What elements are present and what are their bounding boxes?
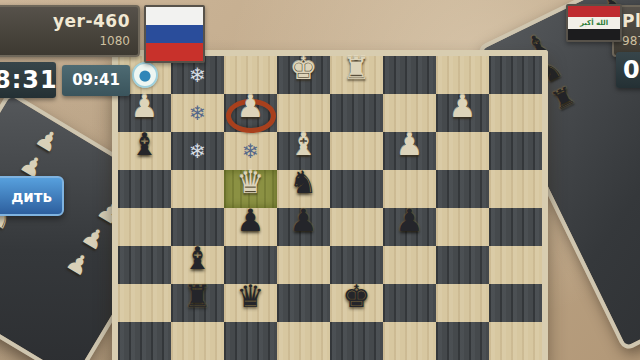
move-marker-teardrop[interactable] bbox=[132, 62, 158, 88]
board-square[interactable]: ♜ bbox=[171, 284, 224, 322]
board-square[interactable]: ❄ bbox=[171, 132, 224, 170]
player-rating-left: 1080 bbox=[0, 34, 130, 48]
board-square[interactable] bbox=[277, 246, 330, 284]
white-pawn[interactable]: ♟ bbox=[224, 87, 277, 125]
flag-stripe bbox=[568, 6, 620, 17]
board-square[interactable] bbox=[436, 132, 489, 170]
white-pawn[interactable]: ♟ bbox=[436, 87, 489, 125]
board-square[interactable] bbox=[171, 322, 224, 360]
board-square[interactable] bbox=[436, 246, 489, 284]
board-square[interactable] bbox=[436, 284, 489, 322]
board-square[interactable] bbox=[383, 322, 436, 360]
board-square[interactable]: ♚ bbox=[330, 284, 383, 322]
white-rook[interactable]: ♜ bbox=[330, 49, 383, 87]
flag-stripe bbox=[146, 43, 203, 61]
board-square[interactable] bbox=[383, 284, 436, 322]
black-pawn[interactable]: ♟ bbox=[383, 201, 436, 239]
player-rating-right: 987 bbox=[622, 34, 640, 48]
board-square[interactable] bbox=[489, 284, 542, 322]
board-square[interactable] bbox=[330, 208, 383, 246]
board-square[interactable]: ♟ bbox=[224, 208, 277, 246]
player-name-right: Pla bbox=[622, 11, 640, 31]
player-name-left: yer-460 bbox=[0, 11, 130, 31]
board-square[interactable] bbox=[330, 94, 383, 132]
board-square[interactable] bbox=[383, 56, 436, 94]
black-bishop[interactable]: ♝ bbox=[118, 125, 171, 163]
board-square[interactable] bbox=[118, 284, 171, 322]
board-square[interactable] bbox=[489, 246, 542, 284]
black-rook[interactable]: ♜ bbox=[171, 277, 224, 315]
player-panel-left: yer-460 1080 bbox=[0, 5, 140, 57]
board-square[interactable]: ♜ bbox=[330, 56, 383, 94]
board-square[interactable] bbox=[277, 284, 330, 322]
black-king[interactable]: ♚ bbox=[330, 277, 383, 315]
white-bishop[interactable]: ♝ bbox=[277, 125, 330, 163]
black-pawn[interactable]: ♟ bbox=[224, 201, 277, 239]
chess-board[interactable]: ❄♚♜♟❄♟♟♝❄❄♝♟♛♞♟♟♟♝♜♛♚ bbox=[118, 56, 542, 360]
board-square[interactable] bbox=[436, 322, 489, 360]
board-square[interactable] bbox=[118, 170, 171, 208]
board-square[interactable] bbox=[436, 170, 489, 208]
board-square[interactable] bbox=[489, 170, 542, 208]
board-square[interactable]: ♟ bbox=[436, 94, 489, 132]
black-knight[interactable]: ♞ bbox=[277, 163, 330, 201]
board-square[interactable] bbox=[330, 132, 383, 170]
board-square[interactable] bbox=[171, 170, 224, 208]
board-square[interactable] bbox=[489, 208, 542, 246]
clock-left-secondary: 09:41 bbox=[62, 65, 130, 96]
board-square[interactable]: ♟ bbox=[383, 132, 436, 170]
board-square[interactable]: ♝ bbox=[118, 132, 171, 170]
move-marker-snowflake[interactable]: ❄ bbox=[171, 132, 224, 170]
flag-script: الله أكبر bbox=[568, 17, 620, 28]
board-square[interactable] bbox=[383, 246, 436, 284]
board-square[interactable]: ♟ bbox=[383, 208, 436, 246]
move-marker-snowflake[interactable]: ❄ bbox=[171, 94, 224, 132]
white-king[interactable]: ♚ bbox=[277, 49, 330, 87]
offer-button[interactable]: дить bbox=[0, 176, 64, 216]
board-square[interactable] bbox=[489, 322, 542, 360]
board-square[interactable]: ♚ bbox=[277, 56, 330, 94]
black-pawn[interactable]: ♟ bbox=[277, 201, 330, 239]
board-square[interactable] bbox=[489, 132, 542, 170]
board-square[interactable] bbox=[330, 322, 383, 360]
russia-flag bbox=[144, 5, 205, 63]
board-frame: ❄♚♜♟❄♟♟♝❄❄♝♟♛♞♟♟♟♝♜♛♚ bbox=[112, 50, 548, 360]
flag-stripe bbox=[568, 29, 620, 40]
board-square[interactable] bbox=[118, 322, 171, 360]
board-square[interactable] bbox=[118, 208, 171, 246]
flag-stripe bbox=[146, 7, 203, 25]
iraq-flag: الله أكبر bbox=[566, 4, 622, 42]
board-square[interactable]: ❄ bbox=[171, 94, 224, 132]
white-pawn[interactable]: ♟ bbox=[383, 125, 436, 163]
clock-right-main: 0 bbox=[616, 52, 640, 88]
clock-left-main: 8:31 bbox=[0, 62, 56, 98]
board-square[interactable] bbox=[489, 56, 542, 94]
black-bishop[interactable]: ♝ bbox=[171, 239, 224, 277]
board-square[interactable] bbox=[224, 322, 277, 360]
board-square[interactable] bbox=[118, 246, 171, 284]
flag-stripe bbox=[146, 25, 203, 43]
board-square[interactable] bbox=[489, 94, 542, 132]
board-square[interactable]: ♛ bbox=[224, 284, 277, 322]
board-square[interactable]: ♟ bbox=[224, 94, 277, 132]
board-square[interactable] bbox=[277, 322, 330, 360]
white-queen[interactable]: ♛ bbox=[224, 163, 277, 201]
board-square[interactable]: ♟ bbox=[277, 208, 330, 246]
board-square[interactable] bbox=[436, 208, 489, 246]
black-queen[interactable]: ♛ bbox=[224, 277, 277, 315]
board-square[interactable] bbox=[330, 170, 383, 208]
